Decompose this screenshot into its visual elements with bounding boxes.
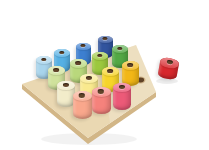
peg-bore-hole [97, 54, 102, 57]
peg-bore-hole [107, 69, 113, 73]
peg-bore-hole [127, 63, 133, 67]
peg-top-face [113, 83, 131, 92]
peg-coral[interactable] [92, 87, 111, 114]
peg-bore-hole [80, 44, 85, 47]
scene [0, 0, 209, 150]
peg-bore-hole [117, 47, 122, 50]
peg-bore-hole [59, 51, 64, 54]
peg-red[interactable] [157, 57, 179, 81]
peg-bore-hole [102, 37, 107, 40]
peg-salmon[interactable] [73, 91, 92, 119]
peg-bore-hole [41, 58, 46, 61]
peg-top-face [122, 61, 139, 70]
peg-bore-hole [79, 93, 85, 97]
peg-bore-hole [98, 89, 104, 93]
peg-top-face [73, 91, 92, 101]
peg-top-face [92, 87, 111, 97]
peg-top-face [57, 81, 75, 90]
peg-top-face [76, 43, 91, 51]
peg-bore-hole [86, 76, 92, 80]
peg-top-face [102, 67, 119, 76]
peg-bore-hole [63, 83, 69, 87]
peg-top-face [54, 49, 70, 57]
peg-rose[interactable] [113, 83, 131, 110]
pegs-layer [0, 0, 209, 150]
peg-top-face [70, 59, 87, 68]
peg-bore-hole [75, 61, 81, 65]
peg-top-face [112, 45, 128, 53]
peg-top-face [98, 36, 113, 44]
peg-top-face [48, 66, 65, 75]
peg-top-face [92, 52, 108, 60]
peg-top-face [36, 56, 52, 64]
peg-top-face [80, 74, 98, 83]
peg-bore-hole [166, 60, 173, 65]
peg-top-face [159, 57, 179, 70]
peg-bore-hole [53, 68, 59, 72]
peg-bore-hole [119, 85, 125, 89]
